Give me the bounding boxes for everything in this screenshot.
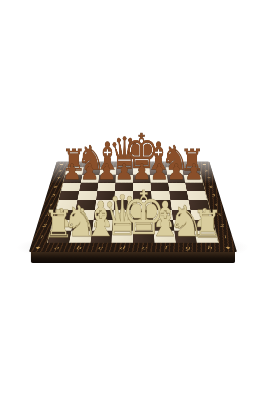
rank-label: 6: [203, 182, 218, 190]
square-a1[interactable]: ♜: [48, 231, 72, 243]
black-pawn[interactable]: ♟: [62, 162, 81, 183]
file-label: g: [176, 243, 199, 252]
square-h6[interactable]: [185, 183, 205, 191]
white-rook[interactable]: ♜: [192, 206, 223, 242]
square-h1[interactable]: ♜: [195, 231, 219, 243]
square-g6[interactable]: [168, 183, 187, 191]
file-label: h: [198, 243, 222, 252]
file-label: b: [67, 243, 90, 252]
square-c1[interactable]: ♝: [90, 231, 112, 243]
square-f1[interactable]: ♝: [154, 231, 176, 243]
chess-board: ♜♞♝♛♚♝♞♜♟♟♟♟♟♟♟♟♟♟♟♟♟♟♟♟♜♞♝♛♚♝♞♜ abcdefg…: [29, 162, 237, 252]
square-h7[interactable]: ♟: [184, 175, 203, 183]
file-label: c: [89, 243, 112, 252]
corner-ornament: ◆: [219, 243, 237, 252]
white-bishop[interactable]: ♝: [148, 197, 182, 243]
white-rook[interactable]: ♜: [43, 206, 74, 242]
file-labels-near: abcdefgh: [45, 243, 222, 252]
black-pawn[interactable]: ♟: [184, 162, 203, 183]
file-label: d: [111, 243, 133, 252]
rank-label: 6: [48, 182, 63, 190]
square-c7[interactable]: ♟: [98, 175, 116, 183]
file-label: f: [155, 243, 178, 252]
rank-label: 5: [45, 191, 61, 200]
board-front-edge: [31, 252, 235, 263]
product-photo: ♜♞♝♛♚♝♞♜♟♟♟♟♟♟♟♟♟♟♟♟♟♟♟♟♜♞♝♛♚♝♞♜ abcdefg…: [0, 0, 267, 400]
board-squares: ♜♞♝♛♚♝♞♜♟♟♟♟♟♟♟♟♟♟♟♟♟♟♟♟♜♞♝♛♚♝♞♜: [47, 167, 219, 243]
square-g7[interactable]: ♟: [167, 175, 185, 183]
rank-label: 5: [205, 191, 221, 200]
square-a6[interactable]: [61, 183, 81, 191]
file-label: a: [45, 243, 69, 252]
file-label: e: [133, 243, 155, 252]
square-b6[interactable]: [79, 183, 98, 191]
corner-ornament: ◆: [29, 243, 47, 252]
white-bishop[interactable]: ♝: [84, 197, 118, 243]
